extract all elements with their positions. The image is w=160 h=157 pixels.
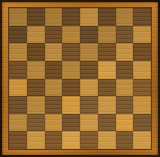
square-f3[interactable] xyxy=(98,96,116,114)
square-b5[interactable] xyxy=(27,61,45,79)
square-b6[interactable] xyxy=(27,43,45,61)
square-g4[interactable] xyxy=(116,79,134,97)
square-h1[interactable] xyxy=(133,131,151,149)
square-b1[interactable] xyxy=(27,131,45,149)
square-c2[interactable] xyxy=(45,114,63,132)
square-e5[interactable] xyxy=(80,61,98,79)
square-g1[interactable] xyxy=(116,131,134,149)
square-e8[interactable] xyxy=(80,8,98,26)
square-d7[interactable] xyxy=(62,26,80,44)
square-e4[interactable] xyxy=(80,79,98,97)
square-d4[interactable] xyxy=(62,79,80,97)
square-h5[interactable] xyxy=(133,61,151,79)
square-a1[interactable] xyxy=(9,131,27,149)
board-frame xyxy=(2,2,158,155)
square-b3[interactable] xyxy=(27,96,45,114)
square-f1[interactable] xyxy=(98,131,116,149)
square-h4[interactable] xyxy=(133,79,151,97)
square-e1[interactable] xyxy=(80,131,98,149)
square-a8[interactable] xyxy=(9,8,27,26)
square-d3[interactable] xyxy=(62,96,80,114)
square-f6[interactable] xyxy=(98,43,116,61)
square-g6[interactable] xyxy=(116,43,134,61)
square-f5[interactable] xyxy=(98,61,116,79)
square-a7[interactable] xyxy=(9,26,27,44)
square-a5[interactable] xyxy=(9,61,27,79)
square-e2[interactable] xyxy=(80,114,98,132)
square-d6[interactable] xyxy=(62,43,80,61)
square-g3[interactable] xyxy=(116,96,134,114)
square-f7[interactable] xyxy=(98,26,116,44)
square-c6[interactable] xyxy=(45,43,63,61)
square-a2[interactable] xyxy=(9,114,27,132)
square-g5[interactable] xyxy=(116,61,134,79)
chessboard xyxy=(0,0,160,157)
square-h8[interactable] xyxy=(133,8,151,26)
square-g8[interactable] xyxy=(116,8,134,26)
square-c8[interactable] xyxy=(45,8,63,26)
square-h2[interactable] xyxy=(133,114,151,132)
square-c4[interactable] xyxy=(45,79,63,97)
square-g7[interactable] xyxy=(116,26,134,44)
square-f2[interactable] xyxy=(98,114,116,132)
square-e6[interactable] xyxy=(80,43,98,61)
square-c3[interactable] xyxy=(45,96,63,114)
square-h6[interactable] xyxy=(133,43,151,61)
square-b8[interactable] xyxy=(27,8,45,26)
board-grid xyxy=(8,7,152,150)
square-b4[interactable] xyxy=(27,79,45,97)
square-b2[interactable] xyxy=(27,114,45,132)
square-h7[interactable] xyxy=(133,26,151,44)
square-a6[interactable] xyxy=(9,43,27,61)
square-d5[interactable] xyxy=(62,61,80,79)
square-e7[interactable] xyxy=(80,26,98,44)
square-c1[interactable] xyxy=(45,131,63,149)
square-d8[interactable] xyxy=(62,8,80,26)
square-g2[interactable] xyxy=(116,114,134,132)
square-a4[interactable] xyxy=(9,79,27,97)
square-d2[interactable] xyxy=(62,114,80,132)
square-d1[interactable] xyxy=(62,131,80,149)
square-a3[interactable] xyxy=(9,96,27,114)
square-c7[interactable] xyxy=(45,26,63,44)
square-b7[interactable] xyxy=(27,26,45,44)
square-e3[interactable] xyxy=(80,96,98,114)
square-f4[interactable] xyxy=(98,79,116,97)
square-c5[interactable] xyxy=(45,61,63,79)
square-h3[interactable] xyxy=(133,96,151,114)
square-f8[interactable] xyxy=(98,8,116,26)
